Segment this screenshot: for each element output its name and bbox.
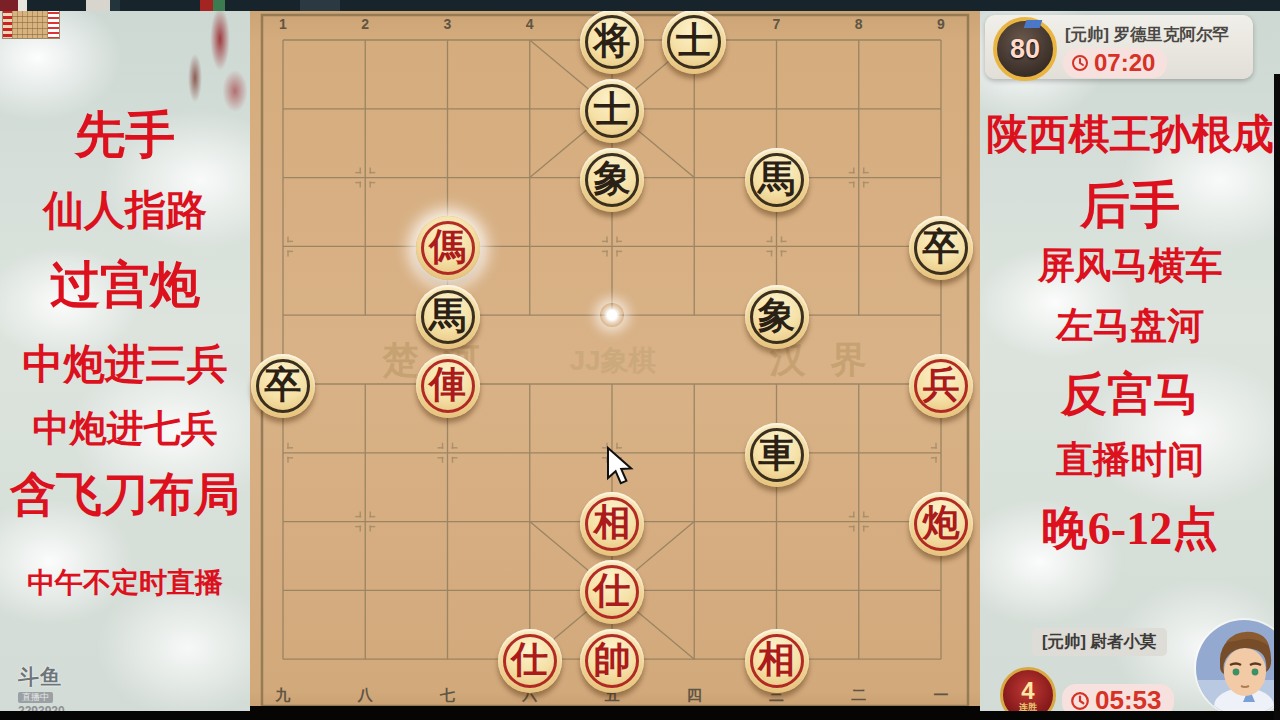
piece-character: 士	[676, 16, 713, 66]
piece-red-仕[interactable]: 仕	[498, 629, 562, 693]
opponent-player-card: 80 [元帅] 罗德里克阿尔罕 07:20	[985, 15, 1253, 79]
xiangqi-board[interactable]: 楚 河 汉 界 JJ象棋 123456789九八七六五四三二一 将士士象馬傌卒馬…	[250, 0, 980, 720]
piece-character: 馬	[429, 291, 466, 341]
piece-black-将[interactable]: 将	[580, 10, 644, 74]
piece-character: 象	[758, 291, 795, 341]
right-panel: 80 [元帅] 罗德里克阿尔罕 07:20 陕西棋王孙根成后手屏风马横车左马盘河…	[980, 0, 1280, 720]
piece-character: 卒	[923, 222, 960, 272]
piece-black-馬[interactable]: 馬	[745, 148, 809, 212]
promo-line: 反宫马	[1061, 370, 1199, 420]
piece-red-相[interactable]: 相	[580, 492, 644, 556]
top-file-label: 7	[765, 16, 789, 32]
top-file-label: 9	[929, 16, 953, 32]
opponent-clock: 07:20	[1063, 48, 1167, 78]
right-promo-text: 陕西棋王孙根成后手屏风马横车左马盘河反宫马直播时间晚6-12点	[980, 112, 1280, 553]
promo-line: 仙人指路	[43, 188, 207, 232]
promo-line: 含飞刀布局	[10, 470, 240, 520]
top-file-label: 2	[353, 16, 377, 32]
video-glitch-artifact	[18, 0, 27, 11]
level-badge: 80	[993, 17, 1057, 81]
promo-line: 过宫炮	[50, 258, 200, 312]
promo-line: 直播时间	[1056, 440, 1204, 480]
piece-black-卒[interactable]: 卒	[251, 354, 315, 418]
bottom-file-label: 九	[271, 686, 295, 705]
top-file-label: 3	[436, 16, 460, 32]
piece-character: 士	[594, 85, 631, 135]
left-panel: 先手仙人指路过宫炮中炮进三兵中炮进七兵含飞刀布局中午不定时直播 斗鱼 直播中 2…	[0, 0, 250, 720]
piece-character: 馬	[758, 154, 795, 204]
douyu-sub-label: 直播中	[18, 692, 53, 703]
video-glitch-artifact	[86, 0, 110, 11]
top-file-label: 8	[847, 16, 871, 32]
bottom-file-label: 八	[353, 686, 377, 705]
jj-xiangqi-watermark: JJ象棋	[569, 345, 656, 376]
video-glitch-artifact	[200, 0, 213, 11]
bottom-file-label: 七	[436, 686, 460, 705]
piece-red-炮[interactable]: 炮	[909, 492, 973, 556]
promo-line: 后手	[1080, 178, 1180, 232]
piece-character: 仕	[594, 566, 631, 616]
bottom-file-label: 四	[682, 686, 706, 705]
last-move-origin-marker	[600, 303, 624, 327]
streak-count: 4	[1021, 679, 1034, 703]
piece-black-象[interactable]: 象	[745, 285, 809, 349]
video-glitch-artifact	[110, 0, 120, 11]
promo-line: 中炮进三兵	[23, 342, 228, 386]
piece-red-仕[interactable]: 仕	[580, 560, 644, 624]
promo-line: 晚6-12点	[1042, 504, 1218, 554]
player-card: [元帅] 尉者小莫 4 连胜 05:53	[980, 612, 1280, 720]
piece-character: 兵	[923, 360, 960, 410]
avatar-image	[1196, 620, 1280, 716]
piece-character: 卒	[265, 360, 302, 410]
video-glitch-artifact	[0, 0, 18, 11]
video-glitch-artifact	[300, 0, 340, 11]
promo-line: 先手	[75, 108, 175, 162]
piece-black-卒[interactable]: 卒	[909, 216, 973, 280]
piece-red-相[interactable]: 相	[745, 629, 809, 693]
board-bottom-edge	[250, 706, 980, 720]
piece-character: 傌	[429, 222, 466, 272]
piece-black-士[interactable]: 士	[580, 79, 644, 143]
left-promo-text: 先手仙人指路过宫炮中炮进三兵中炮进七兵含飞刀布局中午不定时直播	[0, 108, 250, 598]
piece-red-兵[interactable]: 兵	[909, 354, 973, 418]
piece-character: 象	[594, 154, 631, 204]
piece-red-俥[interactable]: 俥	[416, 354, 480, 418]
top-file-label: 4	[518, 16, 542, 32]
stream-screen: 先手仙人指路过宫炮中炮进三兵中炮进七兵含飞刀布局中午不定时直播 斗鱼 直播中 2…	[0, 0, 1280, 720]
promo-line: 陕西棋王孙根成	[987, 112, 1274, 156]
right-edge-bar	[1274, 74, 1280, 720]
player-name: [元帅] 尉者小莫	[1032, 628, 1167, 656]
promo-line: 中炮进七兵	[33, 409, 218, 449]
opponent-time: 07:20	[1094, 49, 1155, 77]
piece-black-象[interactable]: 象	[580, 148, 644, 212]
promo-line: 中午不定时直播	[27, 568, 223, 598]
piece-character: 相	[758, 635, 795, 685]
video-glitch-artifact	[213, 0, 225, 11]
piece-black-馬[interactable]: 馬	[416, 285, 480, 349]
piece-character: 将	[594, 16, 631, 66]
douyu-logo: 斗鱼	[18, 666, 65, 687]
top-file-label: 1	[271, 16, 295, 32]
piece-character: 車	[758, 429, 795, 479]
top-letterbox-strip	[0, 0, 1280, 11]
piece-character: 帥	[594, 635, 631, 685]
promo-line: 左马盘河	[1056, 306, 1204, 346]
piece-character: 相	[594, 498, 631, 548]
level-value: 80	[1010, 34, 1040, 65]
mouse-cursor	[606, 446, 636, 488]
bottom-file-label: 二	[847, 686, 871, 705]
player-avatar[interactable]	[1196, 620, 1280, 716]
piece-red-帥[interactable]: 帥	[580, 629, 644, 693]
piece-character: 俥	[429, 360, 466, 410]
douyu-watermark-bottom-left: 斗鱼 直播中 2293920	[18, 666, 65, 717]
clock-icon	[1071, 54, 1089, 72]
opponent-name: [元帅] 罗德里克阿尔罕	[1065, 24, 1250, 46]
piece-black-士[interactable]: 士	[662, 10, 726, 74]
clock-icon	[1070, 691, 1090, 711]
badge-decoration	[1024, 20, 1043, 28]
promo-line: 屏风马横车	[1038, 246, 1223, 286]
bottom-file-label: 一	[929, 686, 953, 705]
piece-black-車[interactable]: 車	[745, 423, 809, 487]
piece-character: 仕	[511, 635, 548, 685]
piece-character: 炮	[923, 498, 960, 548]
piece-red-傌[interactable]: 傌	[416, 216, 480, 280]
